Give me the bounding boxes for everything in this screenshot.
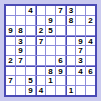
cell-r3c6-empty[interactable]: [56, 26, 65, 35]
cell-r8c9-empty[interactable]: [86, 76, 95, 85]
cell-r5c8-given: 7: [76, 46, 85, 55]
cell-r7c9-given: 6: [86, 66, 95, 75]
cell-r3c3-empty[interactable]: [26, 26, 35, 35]
cell-r9c2-empty[interactable]: [16, 86, 25, 95]
cell-r9c5-empty[interactable]: [46, 86, 55, 95]
cell-r2c7-given: 8: [66, 16, 75, 25]
cell-r6c6-given: 6: [56, 56, 65, 65]
cell-r2c4-empty[interactable]: [36, 16, 45, 25]
cell-r9c8-empty[interactable]: [76, 86, 85, 95]
cell-r6c8-given: 3: [76, 56, 85, 65]
cell-r6c9-empty[interactable]: [86, 56, 95, 65]
cell-r1c5-empty[interactable]: [46, 6, 55, 15]
cell-r5c9-empty[interactable]: [86, 46, 95, 55]
cell-r3c2-given: 8: [16, 26, 25, 35]
cell-r2c6-empty[interactable]: [56, 16, 65, 25]
cell-r7c7-empty[interactable]: [66, 66, 75, 75]
cell-r5c3-empty[interactable]: [26, 46, 35, 55]
cell-r2c3-empty[interactable]: [26, 16, 35, 25]
cell-r3c1-given: 9: [6, 26, 15, 35]
cell-r4c3-empty[interactable]: [26, 36, 35, 45]
cell-r1c1-empty[interactable]: [6, 6, 15, 15]
cell-r6c3-empty[interactable]: [26, 56, 35, 65]
cell-r9c6-empty[interactable]: [56, 86, 65, 95]
cell-r5c2-given: 9: [16, 46, 25, 55]
cell-r7c6-given: 9: [56, 66, 65, 75]
cell-r6c5-empty[interactable]: [46, 56, 55, 65]
cell-r8c5-given: 1: [46, 76, 55, 85]
cell-r4c7-empty[interactable]: [66, 36, 75, 45]
cell-r5c4-empty[interactable]: [36, 46, 45, 55]
cell-r3c8-empty[interactable]: [76, 26, 85, 35]
cell-r1c7-given: 3: [66, 6, 75, 15]
cell-r5c1-empty[interactable]: [6, 46, 15, 55]
cell-r9c4-given: 4: [36, 86, 45, 95]
cell-r5c6-empty[interactable]: [56, 46, 65, 55]
cell-r8c7-empty[interactable]: [66, 76, 75, 85]
cell-r8c8-empty[interactable]: [76, 76, 85, 85]
cell-r9c7-given: 1: [66, 86, 75, 95]
cell-r1c8-empty[interactable]: [76, 6, 85, 15]
cell-r6c7-empty[interactable]: [66, 56, 75, 65]
cell-r1c4-empty[interactable]: [36, 6, 45, 15]
cell-r2c2-empty[interactable]: [16, 16, 25, 25]
cell-r6c1-given: 2: [6, 56, 15, 65]
sudoku-board: 473982982537949727638946751941: [4, 4, 97, 97]
cell-r4c9-given: 4: [86, 36, 95, 45]
cell-r3c9-empty[interactable]: [86, 26, 95, 35]
cell-r9c1-empty[interactable]: [6, 86, 15, 95]
cell-r4c8-given: 9: [76, 36, 85, 45]
cell-r1c6-given: 7: [56, 6, 65, 15]
cell-r7c1-empty[interactable]: [6, 66, 15, 75]
cell-r6c4-empty[interactable]: [36, 56, 45, 65]
cell-r7c4-empty[interactable]: [36, 66, 45, 75]
cell-r7c2-empty[interactable]: [16, 66, 25, 75]
cell-r3c5-given: 5: [46, 26, 55, 35]
cell-r4c6-empty[interactable]: [56, 36, 65, 45]
cell-r6c2-given: 7: [16, 56, 25, 65]
cell-r7c5-given: 8: [46, 66, 55, 75]
cell-r1c2-empty[interactable]: [16, 6, 25, 15]
cell-r7c3-empty[interactable]: [26, 66, 35, 75]
cell-r8c4-empty[interactable]: [36, 76, 45, 85]
cell-r4c1-empty[interactable]: [6, 36, 15, 45]
cell-r2c1-empty[interactable]: [6, 16, 15, 25]
cell-r2c8-empty[interactable]: [76, 16, 85, 25]
cell-r9c3-given: 9: [26, 86, 35, 95]
cell-r2c9-given: 2: [86, 16, 95, 25]
cell-r8c1-given: 7: [6, 76, 15, 85]
cell-r1c3-given: 4: [26, 6, 35, 15]
cell-r3c4-given: 2: [36, 26, 45, 35]
cell-r4c5-empty[interactable]: [46, 36, 55, 45]
cell-r5c7-empty[interactable]: [66, 46, 75, 55]
cell-r8c2-empty[interactable]: [16, 76, 25, 85]
cell-r1c9-empty[interactable]: [86, 6, 95, 15]
cell-r2c5-given: 9: [46, 16, 55, 25]
cell-r4c2-given: 3: [16, 36, 25, 45]
cell-r9c9-empty[interactable]: [86, 86, 95, 95]
cell-r5c5-empty[interactable]: [46, 46, 55, 55]
cell-r8c6-empty[interactable]: [56, 76, 65, 85]
cell-r8c3-given: 5: [26, 76, 35, 85]
cell-r7c8-given: 4: [76, 66, 85, 75]
cell-r4c4-given: 7: [36, 36, 45, 45]
cell-r3c7-empty[interactable]: [66, 26, 75, 35]
